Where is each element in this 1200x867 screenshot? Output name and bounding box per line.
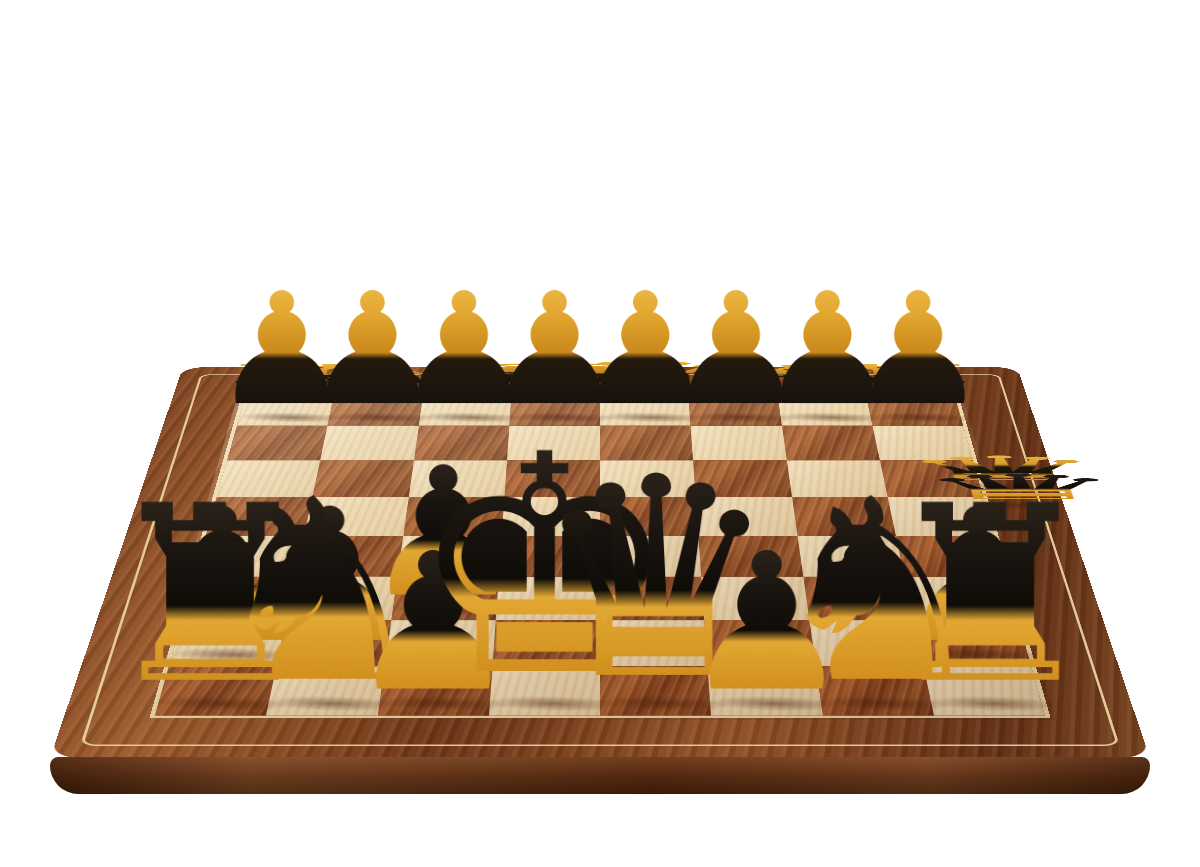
black-queen[interactable]: ♛: [911, 470, 1134, 505]
board-square[interactable]: ♜: [923, 666, 1045, 715]
board-tilt-wrapper: ♟♟♟♟♟♟♟♟♟♟♟♟♜♞♟♚♛♟♞♜ ♜♞♝♚♛♝♞♜♛♛: [50, 367, 1150, 758]
chess-board: ♟♟♟♟♟♟♟♟♟♟♟♟♜♞♟♚♛♟♞♜ ♜♞♝♚♛♝♞♜♛♛: [50, 367, 1150, 758]
white-pawn[interactable]: ♟: [849, 272, 988, 427]
board-square[interactable]: ♟: [865, 393, 963, 426]
black-rook[interactable]: ♜: [881, 474, 1100, 718]
checkered-playing-area: ♟♟♟♟♟♟♟♟♟♟♟♟♜♞♟♚♛♟♞♜: [149, 391, 1050, 718]
board-front-edge: [50, 757, 1150, 794]
chess-photo-scene: ♟♟♟♟♟♟♟♟♟♟♟♟♜♞♟♚♛♟♞♜ ♜♞♝♚♛♝♞♜♛♛: [0, 0, 1200, 867]
